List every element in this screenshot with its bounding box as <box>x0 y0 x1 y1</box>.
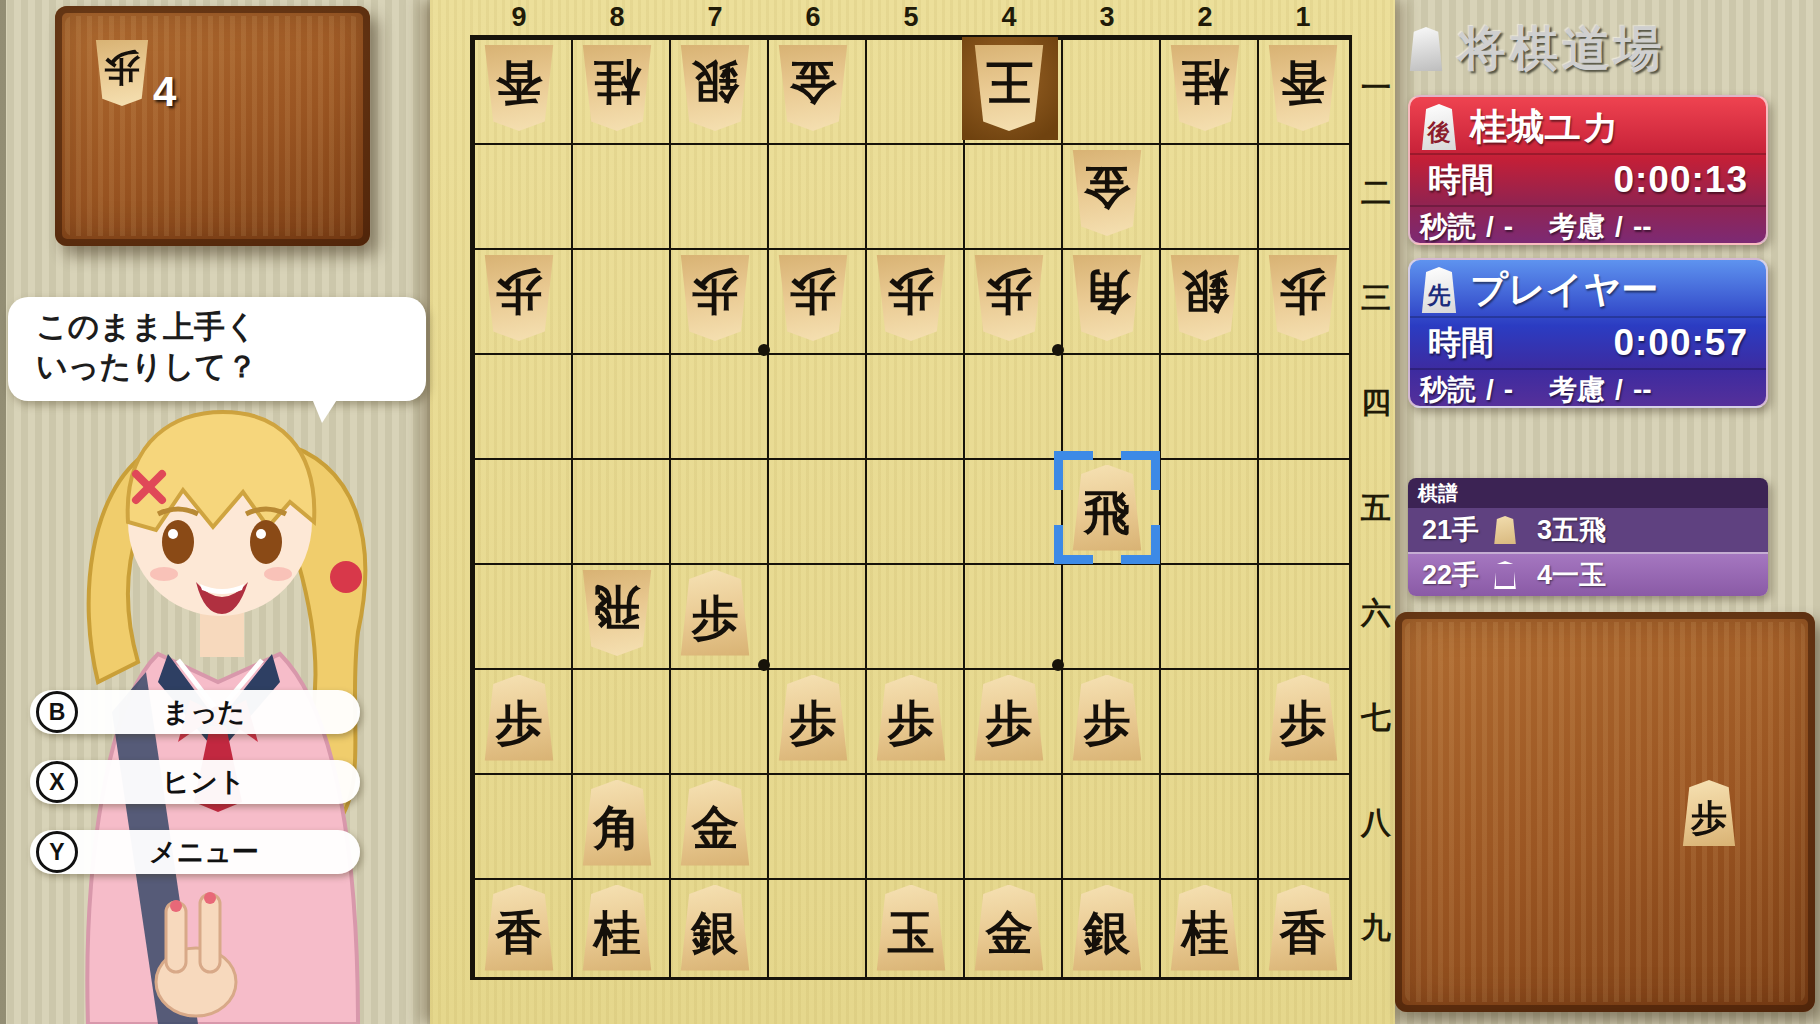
speech-line-2: いったりして？ <box>8 347 426 387</box>
kifu-panel: 棋譜 21手3五飛22手4一玉 <box>1408 478 1768 596</box>
file-label-2: 2 <box>1156 2 1254 32</box>
sente-player-name: プレイヤー <box>1470 265 1658 315</box>
kifu-move-text: 4一玉 <box>1537 557 1606 593</box>
sente-hand-tray: 歩 <box>1395 612 1815 1012</box>
kifu-title: 棋譜 <box>1408 478 1768 508</box>
gamepad-key-B-icon: B <box>36 691 78 733</box>
sente-byoyomi-label: 秒読 <box>1420 371 1476 408</box>
kifu-row-21手: 21手3五飛 <box>1408 508 1768 552</box>
gote-time-value: 0:00:13 <box>1613 159 1748 201</box>
button-label: ヒント <box>78 764 360 800</box>
kifu-move-text: 3五飛 <box>1537 512 1606 548</box>
rank-label-8: 八 <box>1358 770 1394 875</box>
sente-byoyomi-value: - <box>1504 374 1513 406</box>
shogi-piece-icon <box>1408 27 1444 71</box>
gamepad-key-X-icon: X <box>36 761 78 803</box>
gote-player-card: 後 桂城ユカ 時間 0:00:13 秒読 / - 考慮 / -- <box>1408 95 1768 245</box>
file-label-6: 6 <box>764 2 862 32</box>
file-label-1: 1 <box>1254 2 1352 32</box>
app-title: 将棋道場 <box>1408 18 1790 80</box>
rank-label-5: 五 <box>1358 455 1394 560</box>
button-メニュー[interactable]: Yメニュー <box>30 830 360 874</box>
speech-bubble-tail <box>308 389 344 423</box>
sente-player-card: 先 プレイヤー 時間 0:00:57 秒読 / - 考慮 / -- <box>1408 258 1768 408</box>
kifu-move-number: 21手 <box>1422 512 1479 548</box>
gote-hand-piece-pawn[interactable]: 歩 <box>93 40 151 106</box>
gote-consider-value: -- <box>1633 211 1652 243</box>
rank-label-7: 七 <box>1358 665 1394 770</box>
sente-time-label: 時間 <box>1428 321 1494 366</box>
gote-consider-label: 考慮 <box>1549 208 1605 245</box>
hoshi-dot <box>758 659 770 671</box>
gote-hand-tray: 歩 4 <box>55 6 370 246</box>
hoshi-dot <box>1052 659 1064 671</box>
speech-bubble: このまま上手く いったりして？ <box>8 297 426 401</box>
hoshi-dot <box>1052 344 1064 356</box>
sente-badge-piece-icon: 先 <box>1420 267 1458 313</box>
file-label-3: 3 <box>1058 2 1156 32</box>
gamepad-key-Y-icon: Y <box>36 831 78 873</box>
gote-hand-pawn-count: 4 <box>153 68 176 116</box>
rank-label-3: 三 <box>1358 245 1394 350</box>
sente-consider-label: 考慮 <box>1549 371 1605 408</box>
shogi-app: { "game": "shogi", "app_title": "将棋道場", … <box>0 0 1820 1024</box>
hoshi-dot <box>758 344 770 356</box>
file-label-5: 5 <box>862 2 960 32</box>
sente-consider-value: -- <box>1633 374 1652 406</box>
gote-time-label: 時間 <box>1428 158 1494 203</box>
speech-line-1: このまま上手く <box>8 297 426 347</box>
gote-byoyomi-value: - <box>1504 211 1513 243</box>
file-label-8: 8 <box>568 2 666 32</box>
button-label: まった <box>78 694 360 730</box>
file-label-4: 4 <box>960 2 1058 32</box>
kifu-move-number: 22手 <box>1422 557 1479 593</box>
gote-player-name: 桂城ユカ <box>1470 102 1620 152</box>
gote-byoyomi-label: 秒読 <box>1420 208 1476 245</box>
app-title-text: 将棋道場 <box>1458 17 1666 81</box>
sente-time-value: 0:00:57 <box>1613 322 1748 364</box>
button-ヒント[interactable]: Xヒント <box>30 760 360 804</box>
file-label-7: 7 <box>666 2 764 32</box>
rank-label-4: 四 <box>1358 350 1394 455</box>
sente-hand-piece-pawn[interactable]: 歩 <box>1680 780 1738 846</box>
rank-label-9: 九 <box>1358 875 1394 980</box>
rank-label-1: 一 <box>1358 35 1394 140</box>
sente-piece-icon <box>1493 516 1517 544</box>
gote-badge-piece-icon: 後 <box>1420 104 1458 150</box>
file-label-9: 9 <box>470 2 568 32</box>
rank-label-2: 二 <box>1358 140 1394 245</box>
kifu-row-22手: 22手4一玉 <box>1408 552 1768 596</box>
button-label: メニュー <box>78 834 360 870</box>
button-まった[interactable]: Bまった <box>30 690 360 734</box>
gote-piece-icon <box>1493 561 1517 589</box>
rank-label-6: 六 <box>1358 560 1394 665</box>
